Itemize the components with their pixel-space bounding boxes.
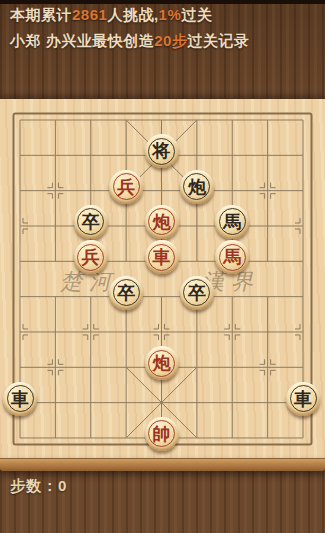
app-screen: { "game": "xiangqi", "position": { "fen"… <box>0 0 325 533</box>
piece-black-c5r5[interactable]: 卒 <box>180 276 214 310</box>
step-counter: 步数：0 <box>10 477 67 496</box>
record-prefix: 小郑 办兴业最快创造 <box>10 32 154 49</box>
piece-black-c0r8[interactable]: 車 <box>3 382 37 416</box>
piece-character: 兵 <box>82 248 100 266</box>
step-counter-label: 步数： <box>10 477 58 494</box>
board-bevel <box>0 458 325 471</box>
piece-character: 車 <box>153 248 171 266</box>
piece-red-c4r3[interactable]: 炮 <box>145 205 179 239</box>
piece-character: 馬 <box>223 212 241 230</box>
piece-character: 卒 <box>188 283 206 301</box>
pass-percent: 1% <box>159 6 182 23</box>
piece-black-c4r1[interactable]: 将 <box>145 134 179 168</box>
piece-character: 炮 <box>153 212 171 230</box>
piece-red-c4r9[interactable]: 帥 <box>145 417 179 451</box>
stats-middle: 人挑战, <box>107 6 158 23</box>
piece-character: 帥 <box>153 424 171 442</box>
piece-character: 車 <box>11 389 29 407</box>
piece-red-c4r7[interactable]: 炮 <box>145 346 179 380</box>
piece-character: 炮 <box>188 177 206 195</box>
piece-red-c2r4[interactable]: 兵 <box>74 240 108 274</box>
piece-character: 卒 <box>117 283 135 301</box>
piece-red-c4r4[interactable]: 車 <box>145 240 179 274</box>
piece-character: 卒 <box>82 212 100 230</box>
challenge-stats-line: 本期累计2861人挑战,1%过关 <box>10 6 320 25</box>
step-counter-value: 0 <box>58 477 67 494</box>
record-holder-line: 小郑 办兴业最快创造20步过关记录 <box>10 32 320 51</box>
stats-suffix: 过关 <box>181 6 212 23</box>
piece-character: 馬 <box>223 248 241 266</box>
piece-red-c3r2[interactable]: 兵 <box>109 170 143 204</box>
piece-black-c3r5[interactable]: 卒 <box>109 276 143 310</box>
piece-character: 将 <box>153 142 171 160</box>
piece-black-c5r2[interactable]: 炮 <box>180 170 214 204</box>
piece-character: 兵 <box>117 177 135 195</box>
piece-black-c6r3[interactable]: 馬 <box>215 205 249 239</box>
record-steps: 20步 <box>154 32 187 49</box>
status-strip <box>0 0 325 4</box>
piece-black-c8r8[interactable]: 車 <box>286 382 320 416</box>
challenger-count: 2861 <box>72 6 107 23</box>
stats-prefix: 本期累计 <box>10 6 72 23</box>
piece-character: 炮 <box>153 354 171 372</box>
piece-character: 車 <box>294 389 312 407</box>
record-suffix: 过关记录 <box>187 32 249 49</box>
piece-black-c2r3[interactable]: 卒 <box>74 205 108 239</box>
